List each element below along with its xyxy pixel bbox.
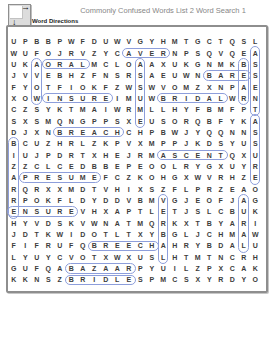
grid-cell: F: [54, 195, 66, 206]
grid-cell: E: [158, 70, 170, 81]
grid-cell: I: [20, 240, 32, 251]
grid-cell: Z: [20, 161, 32, 172]
grid-cell: P: [123, 206, 135, 217]
grid-cell: W: [169, 127, 181, 138]
grid-cell: C: [227, 263, 239, 274]
grid-cell: T: [204, 252, 216, 263]
grid-cell: N: [31, 274, 43, 285]
grid-cell: L: [8, 252, 20, 263]
grid-cell: S: [250, 138, 262, 149]
grid-cell: Y: [215, 218, 227, 229]
grid-cell: M: [123, 93, 135, 104]
grid-cell: E: [250, 172, 262, 183]
grid-cell: B: [204, 218, 216, 229]
grid-cell: D: [112, 195, 124, 206]
grid-cell: Y: [20, 218, 32, 229]
grid-cell: T: [169, 206, 181, 217]
grid-cell: G: [135, 36, 147, 47]
grid-cell: A: [8, 172, 20, 183]
word-search-grid: UPBBPWFDUWVGYHMTGCTQSLWUFOJRVZYCAVERNPSQ…: [8, 36, 261, 286]
grid-cell: T: [192, 218, 204, 229]
grid-cell: S: [192, 47, 204, 58]
grid-cell: X: [8, 93, 20, 104]
grid-cell: V: [77, 47, 89, 58]
grid-cell: R: [8, 195, 20, 206]
grid-cell: B: [204, 104, 216, 115]
grid-cell: A: [112, 263, 124, 274]
grid-cell: S: [31, 115, 43, 126]
grid-cell: O: [31, 81, 43, 92]
grid-cell: Y: [238, 274, 250, 285]
grid-cell: R: [54, 206, 66, 217]
grid-cell: D: [227, 274, 239, 285]
grid-cell: F: [192, 104, 204, 115]
grid-cell: X: [135, 229, 147, 240]
grid-cell: R: [77, 274, 89, 285]
grid-cell: P: [227, 81, 239, 92]
grid-cell: B: [158, 127, 170, 138]
grid-cell: A: [112, 218, 124, 229]
grid-cell: A: [227, 240, 239, 251]
grid-cell: W: [112, 104, 124, 115]
grid-cell: A: [89, 104, 101, 115]
grid-cell: A: [250, 47, 262, 58]
grid-cell: R: [238, 218, 250, 229]
grid-cell: I: [250, 218, 262, 229]
grid-cell: Z: [123, 172, 135, 183]
grid-cell: D: [215, 240, 227, 251]
grid-cell: X: [135, 183, 147, 194]
grid-cell: L: [158, 252, 170, 263]
grid-cell: V: [31, 218, 43, 229]
grid-cell: E: [112, 240, 124, 251]
grid-cell: Y: [89, 195, 101, 206]
grid-cell: O: [43, 59, 55, 70]
grid-cell: B: [66, 274, 78, 285]
grid-cell: R: [158, 218, 170, 229]
grid-cell: F: [8, 240, 20, 251]
grid-cell: E: [135, 115, 147, 126]
grid-cell: D: [100, 195, 112, 206]
grid-cell: F: [100, 172, 112, 183]
grid-cell: C: [215, 206, 227, 217]
grid-cell: R: [181, 161, 193, 172]
grid-cell: A: [238, 81, 250, 92]
grid-cell: P: [146, 127, 158, 138]
grid-cell: V: [66, 252, 78, 263]
grid-cell: D: [54, 149, 66, 160]
grid-cell: P: [20, 36, 32, 47]
grid-cell: P: [112, 138, 124, 149]
grid-cell: Q: [227, 36, 239, 47]
grid-cell: A: [238, 263, 250, 274]
grid-cell: X: [123, 115, 135, 126]
grid-cell: Q: [54, 115, 66, 126]
grid-cell: H: [146, 240, 158, 251]
grid-cell: E: [250, 81, 262, 92]
grid-cell: U: [43, 206, 55, 217]
grid-cell: Y: [192, 161, 204, 172]
grid-cell: V: [204, 172, 216, 183]
grid-cell: C: [227, 252, 239, 263]
grid-cell: Y: [227, 115, 239, 126]
grid-cell: J: [31, 149, 43, 160]
grid-cell: H: [112, 127, 124, 138]
grid-cell: M: [43, 115, 55, 126]
grid-cell: X: [54, 183, 66, 194]
grid-cell: H: [250, 252, 262, 263]
grid-cell: U: [169, 70, 181, 81]
grid-cell: Z: [89, 263, 101, 274]
grid-cell: S: [31, 104, 43, 115]
grid-cell: W: [192, 172, 204, 183]
grid-cell: K: [43, 229, 55, 240]
grid-cell: T: [181, 252, 193, 263]
grid-cell: K: [169, 218, 181, 229]
grid-cell: H: [8, 218, 20, 229]
grid-cell: A: [158, 240, 170, 251]
grid-cell: C: [135, 240, 147, 251]
grid-cell: H: [169, 240, 181, 251]
grid-cell: W: [54, 229, 66, 240]
grid-cell: O: [20, 93, 32, 104]
grid-cell: A: [215, 70, 227, 81]
grid-cell: M: [146, 195, 158, 206]
grid-cell: N: [54, 93, 66, 104]
grid-cell: E: [158, 206, 170, 217]
grid-cell: Q: [204, 127, 216, 138]
grid-cell: E: [43, 70, 55, 81]
grid-cell: C: [100, 127, 112, 138]
grid-cell: S: [250, 59, 262, 70]
grid-cell: D: [77, 195, 89, 206]
grid-cell: N: [169, 47, 181, 58]
grid-cell: D: [100, 274, 112, 285]
grid-cell: R: [123, 70, 135, 81]
grid-cell: T: [181, 36, 193, 47]
grid-cell: I: [169, 263, 181, 274]
grid-cell: G: [250, 195, 262, 206]
grid-cell: U: [250, 149, 262, 160]
grid-cell: C: [181, 149, 193, 160]
grid-cell: I: [100, 104, 112, 115]
grid-cell: L: [43, 161, 55, 172]
grid-cell: V: [135, 47, 147, 58]
grid-cell: Y: [204, 274, 216, 285]
grid-cell: U: [31, 138, 43, 149]
grid-cell: A: [31, 59, 43, 70]
grid-cell: C: [204, 36, 216, 47]
grid-cell: F: [8, 81, 20, 92]
grid-cell: E: [66, 206, 78, 217]
grid-cell: D: [77, 183, 89, 194]
grid-cell: Y: [20, 81, 32, 92]
grid-cell: Y: [146, 36, 158, 47]
grid-cell: D: [89, 36, 101, 47]
grid-cell: I: [8, 149, 20, 160]
grid-cell: E: [89, 172, 101, 183]
grid-cell: V: [123, 138, 135, 149]
grid-cell: U: [135, 93, 147, 104]
grid-cell: J: [8, 70, 20, 81]
grid-cell: P: [20, 172, 32, 183]
grid-cell: S: [250, 127, 262, 138]
grid-cell: J: [20, 127, 32, 138]
grid-cell: N: [66, 115, 78, 126]
grid-cell: H: [89, 206, 101, 217]
grid-cell: X: [215, 263, 227, 274]
grid-cell: V: [77, 218, 89, 229]
grid-cell: S: [54, 218, 66, 229]
grid-cell: X: [20, 115, 32, 126]
grid-cell: Q: [20, 183, 32, 194]
grid-cell: M: [158, 274, 170, 285]
grid-cell: D: [43, 218, 55, 229]
grid-cell: W: [123, 81, 135, 92]
grid-cell: M: [169, 36, 181, 47]
grid-cell: L: [204, 206, 216, 217]
grid-cell: L: [181, 263, 193, 274]
grid-cell: Y: [192, 127, 204, 138]
grid-cell: S: [8, 115, 20, 126]
grid-cell: M: [181, 81, 193, 92]
grid-cell: M: [135, 218, 147, 229]
grid-cell: R: [100, 240, 112, 251]
grid-cell: N: [250, 93, 262, 104]
grid-cell: B: [238, 59, 250, 70]
grid-cell: F: [77, 36, 89, 47]
grid-cell: B: [204, 70, 216, 81]
grid-cell: O: [169, 81, 181, 92]
grid-cell: R: [89, 93, 101, 104]
grid-cell: B: [31, 36, 43, 47]
grid-cell: A: [238, 195, 250, 206]
grid-cell: O: [250, 183, 262, 194]
grid-cell: R: [238, 93, 250, 104]
grid-cell: R: [31, 172, 43, 183]
grid-cell: H: [135, 127, 147, 138]
grid-cell: L: [112, 274, 124, 285]
grid-cell: K: [66, 218, 78, 229]
grid-cell: B: [204, 240, 216, 251]
grid-cell: L: [146, 104, 158, 115]
grid-cell: K: [54, 104, 66, 115]
grid-cell: Y: [43, 104, 55, 115]
grid-cell: A: [135, 59, 147, 70]
grid-cell: B: [158, 229, 170, 240]
grid-cell: O: [89, 229, 101, 240]
grid-cell: X: [204, 81, 216, 92]
grid-cell: Y: [43, 252, 55, 263]
grid-cell: B: [54, 127, 66, 138]
grid-cell: Z: [20, 104, 32, 115]
grid-cell: X: [89, 149, 101, 160]
grid-cell: O: [31, 195, 43, 206]
grid-cell: M: [215, 104, 227, 115]
grid-cell: S: [215, 138, 227, 149]
grid-cell: M: [146, 149, 158, 160]
grid-cell: E: [192, 149, 204, 160]
grid-cell: U: [77, 93, 89, 104]
grid-cell: D: [77, 161, 89, 172]
grid-cell: E: [112, 161, 124, 172]
grid-cell: H: [158, 172, 170, 183]
grid-cell: U: [31, 252, 43, 263]
grid-cell: F: [31, 240, 43, 251]
grid-cell: E: [123, 274, 135, 285]
grid-cell: S: [43, 274, 55, 285]
grid-cell: W: [66, 36, 78, 47]
grid-cell: X: [100, 252, 112, 263]
grid-cell: U: [20, 149, 32, 160]
grid-cell: T: [43, 81, 55, 92]
grid-cell: R: [66, 138, 78, 149]
grid-cell: Y: [100, 47, 112, 58]
grid-cell: R: [135, 149, 147, 160]
grid-cell: U: [20, 47, 32, 58]
grid-cell: P: [89, 115, 101, 126]
grid-cell: R: [43, 240, 55, 251]
grid-cell: V: [158, 81, 170, 92]
grid-cell: L: [250, 36, 262, 47]
grid-cell: Z: [89, 47, 101, 58]
grid-cell: T: [215, 36, 227, 47]
grid-cell: P: [158, 138, 170, 149]
grid-cell: C: [100, 59, 112, 70]
grid-cell: C: [54, 161, 66, 172]
grid-cell: V: [20, 70, 32, 81]
word-directions-label: Word Directions: [32, 18, 78, 24]
grid-cell: Q: [192, 115, 204, 126]
grid-cell: X: [215, 161, 227, 172]
grid-cell: K: [192, 138, 204, 149]
grid-cell: Y: [20, 252, 32, 263]
grid-cell: K: [135, 172, 147, 183]
grid-cell: E: [192, 195, 204, 206]
page-title: Commonly Confused Words List 2 Word Sear…: [58, 6, 268, 15]
grid-cell: H: [112, 183, 124, 194]
worksheet-page: → ↓ Word Directions Commonly Confused Wo…: [0, 0, 270, 350]
grid-cell: E: [227, 183, 239, 194]
grid-cell: W: [227, 93, 239, 104]
grid-cell: J: [227, 195, 239, 206]
grid-cell: U: [20, 263, 32, 274]
grid-cell: O: [77, 252, 89, 263]
grid-cell: B: [54, 70, 66, 81]
grid-cell: Q: [77, 240, 89, 251]
grid-cell: D: [192, 93, 204, 104]
grid-cell: D: [77, 229, 89, 240]
grid-cell: R: [123, 263, 135, 274]
grid-cell: B: [89, 161, 101, 172]
grid-cell: M: [77, 172, 89, 183]
grid-cell: C: [112, 47, 124, 58]
grid-cell: L: [215, 93, 227, 104]
grid-cell: A: [146, 59, 158, 70]
grid-cell: M: [227, 229, 239, 240]
grid-cell: N: [43, 127, 55, 138]
grid-cell: A: [238, 183, 250, 194]
grid-cell: T: [66, 104, 78, 115]
grid-cell: T: [89, 183, 101, 194]
grid-cell: X: [135, 138, 147, 149]
grid-cell: K: [43, 195, 55, 206]
grid-cell: Y: [146, 229, 158, 240]
grid-cell: Y: [227, 138, 239, 149]
grid-cell: G: [169, 195, 181, 206]
grid-cell: V: [123, 36, 135, 47]
grid-cell: Q: [227, 47, 239, 58]
grid-cell: Z: [192, 81, 204, 92]
grid-cell: A: [250, 115, 262, 126]
grid-cell: C: [31, 161, 43, 172]
grid-cell: G: [192, 59, 204, 70]
grid-cell: X: [238, 149, 250, 160]
grid-cell: V: [158, 195, 170, 206]
grid-cell: M: [146, 138, 158, 149]
grid-cell: A: [100, 263, 112, 274]
grid-cell: P: [43, 149, 55, 160]
grid-cell: U: [66, 172, 78, 183]
grid-cell: N: [204, 59, 216, 70]
grid-cell: S: [31, 206, 43, 217]
grid-cell: O: [158, 161, 170, 172]
grid-cell: W: [146, 81, 158, 92]
grid-cell: P: [169, 138, 181, 149]
grid-cell: H: [158, 36, 170, 47]
grid-cell: S: [112, 115, 124, 126]
grid-cell: R: [250, 161, 262, 172]
grid-cell: R: [227, 70, 239, 81]
grid-cell: S: [112, 70, 124, 81]
grid-cell: L: [77, 59, 89, 70]
grid-cell: N: [192, 70, 204, 81]
grid-cell: A: [238, 229, 250, 240]
grid-cell: E: [100, 93, 112, 104]
grid-cell: E: [146, 47, 158, 58]
grid-cell: N: [227, 127, 239, 138]
grid-cell: S: [146, 183, 158, 194]
grid-cell: J: [181, 206, 193, 217]
grid-cell: B: [135, 195, 147, 206]
grid-cell: K: [250, 206, 262, 217]
grid-cell: U: [158, 263, 170, 274]
grid-cell: H: [227, 172, 239, 183]
grid-cell: J: [181, 127, 193, 138]
grid-cell: H: [100, 149, 112, 160]
grid-cell: P: [192, 183, 204, 194]
grid-cell: I: [112, 93, 124, 104]
grid-cell: A: [123, 47, 135, 58]
grid-cell: T: [215, 149, 227, 160]
grid-cell: S: [250, 70, 262, 81]
grid-cell: R: [66, 47, 78, 58]
grid-cell: H: [169, 252, 181, 263]
grid-cell: L: [169, 161, 181, 172]
grid-cell: A: [204, 93, 216, 104]
grid-cell: D: [8, 127, 20, 138]
grid-cell: T: [31, 229, 43, 240]
grid-cell: F: [215, 115, 227, 126]
grid-cell: C: [123, 127, 135, 138]
grid-cell: K: [238, 115, 250, 126]
grid-cell: R: [204, 183, 216, 194]
grid-cell: T: [123, 218, 135, 229]
grid-cell: W: [146, 93, 158, 104]
grid-cell: X: [192, 274, 204, 285]
grid-cell: L: [112, 59, 124, 70]
grid-cell: B: [89, 240, 101, 251]
